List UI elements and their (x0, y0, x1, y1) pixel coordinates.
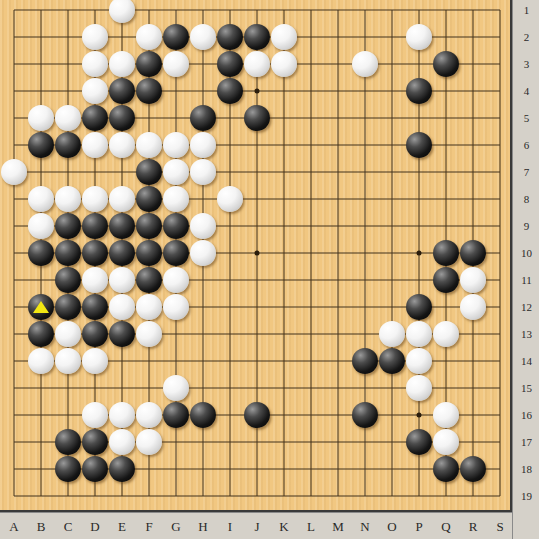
stone-white-d8[interactable] (82, 186, 108, 212)
stone-black-b6[interactable] (28, 132, 54, 158)
stone-white-d2[interactable] (82, 24, 108, 50)
row-label-7: 7 (524, 166, 530, 178)
stone-white-f13[interactable] (136, 321, 162, 347)
stone-white-e3[interactable] (109, 51, 135, 77)
stone-black-j2[interactable] (244, 24, 270, 50)
column-label-a: A (9, 519, 18, 535)
stone-white-o13[interactable] (379, 321, 405, 347)
column-coordinates-bar: ABCDEFGHIJKLMNOPQRS (0, 512, 539, 539)
stone-black-j5[interactable] (244, 105, 270, 131)
stone-white-k3[interactable] (271, 51, 297, 77)
stone-white-b14[interactable] (28, 348, 54, 374)
stone-black-i4[interactable] (217, 78, 243, 104)
stone-white-n3[interactable] (352, 51, 378, 77)
stone-black-q11[interactable] (433, 267, 459, 293)
stone-black-c17[interactable] (55, 429, 81, 455)
stone-white-g7[interactable] (163, 159, 189, 185)
row-label-12: 12 (521, 301, 532, 313)
column-label-r: R (469, 519, 478, 535)
stone-white-c8[interactable] (55, 186, 81, 212)
stone-black-c10[interactable] (55, 240, 81, 266)
stone-white-j3[interactable] (244, 51, 270, 77)
stone-white-f6[interactable] (136, 132, 162, 158)
stone-white-h10[interactable] (190, 240, 216, 266)
row-label-19: 19 (521, 490, 532, 502)
stone-white-e17[interactable] (109, 429, 135, 455)
stone-white-c5[interactable] (55, 105, 81, 131)
go-board[interactable] (0, 0, 512, 512)
stone-black-g2[interactable] (163, 24, 189, 50)
row-label-17: 17 (521, 436, 532, 448)
stone-white-f17[interactable] (136, 429, 162, 455)
stone-white-d6[interactable] (82, 132, 108, 158)
column-label-k: K (279, 519, 288, 535)
star-point (255, 89, 260, 94)
stone-white-e6[interactable] (109, 132, 135, 158)
column-label-d: D (90, 519, 99, 535)
stone-black-e4[interactable] (109, 78, 135, 104)
row-label-4: 4 (524, 85, 530, 97)
stone-white-q16[interactable] (433, 402, 459, 428)
stone-white-g6[interactable] (163, 132, 189, 158)
stone-white-c13[interactable] (55, 321, 81, 347)
stone-white-g3[interactable] (163, 51, 189, 77)
column-label-n: N (360, 519, 369, 535)
stone-white-f16[interactable] (136, 402, 162, 428)
stone-white-g15[interactable] (163, 375, 189, 401)
row-label-11: 11 (521, 274, 532, 286)
stone-black-e18[interactable] (109, 456, 135, 482)
stone-black-i2[interactable] (217, 24, 243, 50)
stone-white-b8[interactable] (28, 186, 54, 212)
star-point (417, 251, 422, 256)
row-label-15: 15 (521, 382, 532, 394)
column-label-m: M (332, 519, 344, 535)
stone-white-f12[interactable] (136, 294, 162, 320)
column-label-b: B (37, 519, 46, 535)
row-label-1: 1 (524, 4, 530, 16)
row-label-8: 8 (524, 193, 530, 205)
stone-black-p17[interactable] (406, 429, 432, 455)
stone-black-b13[interactable] (28, 321, 54, 347)
stone-white-d16[interactable] (82, 402, 108, 428)
stone-white-e16[interactable] (109, 402, 135, 428)
column-label-s: S (496, 519, 503, 535)
stone-white-a7[interactable] (1, 159, 27, 185)
row-label-9: 9 (524, 220, 530, 232)
stone-black-p6[interactable] (406, 132, 432, 158)
stone-black-c12[interactable] (55, 294, 81, 320)
stone-white-k2[interactable] (271, 24, 297, 50)
column-label-g: G (171, 519, 180, 535)
row-label-10: 10 (521, 247, 532, 259)
column-label-e: E (118, 519, 126, 535)
stone-black-f3[interactable] (136, 51, 162, 77)
stone-white-e12[interactable] (109, 294, 135, 320)
stone-black-g9[interactable] (163, 213, 189, 239)
row-label-13: 13 (521, 328, 532, 340)
column-label-f: F (145, 519, 152, 535)
stone-black-i3[interactable] (217, 51, 243, 77)
stone-white-r12[interactable] (460, 294, 486, 320)
stone-black-g16[interactable] (163, 402, 189, 428)
stone-black-d9[interactable] (82, 213, 108, 239)
stone-black-h16[interactable] (190, 402, 216, 428)
stone-white-p15[interactable] (406, 375, 432, 401)
column-label-o: O (387, 519, 396, 535)
row-label-6: 6 (524, 139, 530, 151)
stone-white-b9[interactable] (28, 213, 54, 239)
stone-white-h7[interactable] (190, 159, 216, 185)
stone-black-n14[interactable] (352, 348, 378, 374)
column-label-q: Q (441, 519, 450, 535)
stone-black-b10[interactable] (28, 240, 54, 266)
stone-black-g10[interactable] (163, 240, 189, 266)
stone-black-o14[interactable] (379, 348, 405, 374)
stone-black-d18[interactable] (82, 456, 108, 482)
stone-black-b12[interactable] (28, 294, 54, 320)
column-label-p: P (415, 519, 422, 535)
stone-black-d5[interactable] (82, 105, 108, 131)
stone-white-g8[interactable] (163, 186, 189, 212)
stone-white-d3[interactable] (82, 51, 108, 77)
column-label-l: L (307, 519, 315, 535)
stone-white-e8[interactable] (109, 186, 135, 212)
row-coordinates-bar: 12345678910111213141516171819 (512, 0, 539, 539)
stone-black-c9[interactable] (55, 213, 81, 239)
star-point (255, 251, 260, 256)
stone-black-e9[interactable] (109, 213, 135, 239)
row-label-18: 18 (521, 463, 532, 475)
stone-white-d14[interactable] (82, 348, 108, 374)
column-label-c: C (64, 519, 73, 535)
stone-black-c18[interactable] (55, 456, 81, 482)
stone-white-p14[interactable] (406, 348, 432, 374)
stone-black-j16[interactable] (244, 402, 270, 428)
stone-white-q13[interactable] (433, 321, 459, 347)
stone-black-p12[interactable] (406, 294, 432, 320)
column-label-i: I (228, 519, 232, 535)
stone-black-h5[interactable] (190, 105, 216, 131)
stone-white-c14[interactable] (55, 348, 81, 374)
row-label-14: 14 (521, 355, 532, 367)
stone-black-f9[interactable] (136, 213, 162, 239)
stone-white-e11[interactable] (109, 267, 135, 293)
row-label-5: 5 (524, 112, 530, 124)
stone-white-f2[interactable] (136, 24, 162, 50)
stone-black-d12[interactable] (82, 294, 108, 320)
column-label-h: H (198, 519, 207, 535)
stone-black-d17[interactable] (82, 429, 108, 455)
stone-white-b5[interactable] (28, 105, 54, 131)
stone-black-c6[interactable] (55, 132, 81, 158)
stone-white-h9[interactable] (190, 213, 216, 239)
stone-white-d11[interactable] (82, 267, 108, 293)
stone-white-d4[interactable] (82, 78, 108, 104)
stone-black-f4[interactable] (136, 78, 162, 104)
stone-black-r10[interactable] (460, 240, 486, 266)
stone-black-f11[interactable] (136, 267, 162, 293)
stone-white-i8[interactable] (217, 186, 243, 212)
stone-black-f8[interactable] (136, 186, 162, 212)
stone-black-e13[interactable] (109, 321, 135, 347)
stone-black-p4[interactable] (406, 78, 432, 104)
stone-white-p13[interactable] (406, 321, 432, 347)
stone-black-n16[interactable] (352, 402, 378, 428)
stone-white-q17[interactable] (433, 429, 459, 455)
stone-white-h6[interactable] (190, 132, 216, 158)
stone-black-q3[interactable] (433, 51, 459, 77)
stone-black-r18[interactable] (460, 456, 486, 482)
stone-white-p2[interactable] (406, 24, 432, 50)
go-board-window: ABCDEFGHIJKLMNOPQRS 12345678910111213141… (0, 0, 539, 539)
stone-black-q10[interactable] (433, 240, 459, 266)
stone-black-d10[interactable] (82, 240, 108, 266)
stone-black-e5[interactable] (109, 105, 135, 131)
star-point (417, 413, 422, 418)
stone-white-g12[interactable] (163, 294, 189, 320)
stone-white-g11[interactable] (163, 267, 189, 293)
stone-black-d13[interactable] (82, 321, 108, 347)
stone-black-q18[interactable] (433, 456, 459, 482)
stone-white-r11[interactable] (460, 267, 486, 293)
row-label-16: 16 (521, 409, 532, 421)
stone-black-e10[interactable] (109, 240, 135, 266)
column-label-j: J (254, 519, 259, 535)
row-label-3: 3 (524, 58, 530, 70)
stone-black-f10[interactable] (136, 240, 162, 266)
stone-white-h2[interactable] (190, 24, 216, 50)
stone-black-c11[interactable] (55, 267, 81, 293)
stone-black-f7[interactable] (136, 159, 162, 185)
row-label-2: 2 (524, 31, 530, 43)
last-move-triangle-marker (33, 301, 49, 313)
